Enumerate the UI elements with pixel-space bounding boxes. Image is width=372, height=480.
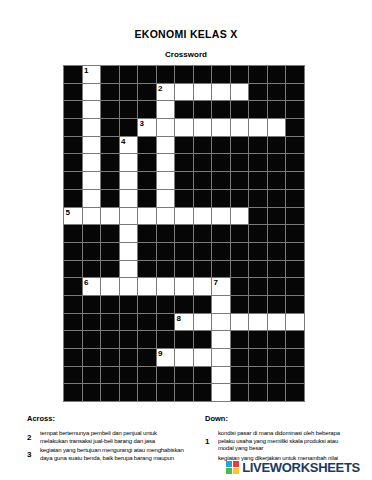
black-cell: [64, 84, 82, 101]
black-cell: [268, 243, 286, 260]
logo-color-square: [226, 468, 232, 474]
black-cell: [286, 208, 304, 225]
black-cell: [175, 225, 193, 242]
white-cell[interactable]: [212, 349, 230, 366]
black-cell: [249, 278, 267, 295]
white-cell[interactable]: [157, 190, 175, 207]
black-cell: [286, 84, 304, 101]
white-cell[interactable]: 2: [157, 84, 175, 101]
black-cell: [157, 66, 175, 83]
white-cell[interactable]: [175, 349, 193, 366]
black-cell: [286, 243, 304, 260]
logo-color-square: [233, 461, 239, 467]
black-cell: [194, 137, 212, 154]
cell-number: 3: [140, 119, 144, 128]
black-cell: [249, 66, 267, 83]
black-cell: [175, 367, 193, 384]
black-cell: [212, 172, 230, 189]
down-clues-section: Down: 1kondisi pasar di mana didominasi …: [205, 414, 370, 464]
black-cell: [231, 384, 249, 401]
black-cell: [138, 66, 156, 83]
white-cell[interactable]: [157, 278, 175, 295]
black-cell: [138, 331, 156, 348]
down-clue-list: 1kondisi pasar di mana didominasi oleh b…: [205, 430, 370, 462]
black-cell: [286, 101, 304, 118]
black-cell: [249, 349, 267, 366]
black-cell: [212, 261, 230, 278]
black-cell: [175, 331, 193, 348]
white-cell[interactable]: [194, 349, 212, 366]
black-cell: [231, 243, 249, 260]
black-cell: [64, 119, 82, 136]
black-cell: [268, 172, 286, 189]
white-cell[interactable]: [83, 172, 101, 189]
black-cell: [249, 154, 267, 171]
cell-number: 1: [84, 66, 88, 75]
white-cell[interactable]: [194, 84, 212, 101]
black-cell: [231, 296, 249, 313]
black-cell: [212, 154, 230, 171]
white-cell[interactable]: [194, 278, 212, 295]
white-cell[interactable]: [212, 119, 230, 136]
black-cell: [64, 154, 82, 171]
cell-number: 8: [177, 314, 181, 323]
black-cell: [64, 66, 82, 83]
black-cell: [138, 367, 156, 384]
clue-item: 3kegiatan yang bertujuan mengurangi atau…: [27, 447, 199, 462]
white-cell[interactable]: [268, 314, 286, 331]
black-cell: [231, 278, 249, 295]
white-cell[interactable]: [212, 314, 230, 331]
black-cell: [83, 384, 101, 401]
white-cell[interactable]: 5: [64, 208, 82, 225]
black-cell: [157, 384, 175, 401]
black-cell: [64, 384, 82, 401]
crossword-grid: 123456789: [63, 65, 305, 402]
black-cell: [286, 137, 304, 154]
white-cell[interactable]: [120, 154, 138, 171]
white-cell[interactable]: [231, 119, 249, 136]
black-cell: [64, 278, 82, 295]
black-cell: [101, 314, 119, 331]
black-cell: [101, 384, 119, 401]
black-cell: [64, 349, 82, 366]
black-cell: [249, 331, 267, 348]
black-cell: [175, 384, 193, 401]
black-cell: [157, 367, 175, 384]
black-cell: [101, 331, 119, 348]
black-cell: [212, 66, 230, 83]
white-cell[interactable]: [120, 172, 138, 189]
black-cell: [138, 190, 156, 207]
black-cell: [249, 84, 267, 101]
black-cell: [175, 243, 193, 260]
black-cell: [175, 172, 193, 189]
black-cell: [194, 384, 212, 401]
black-cell: [249, 208, 267, 225]
black-cell: [83, 225, 101, 242]
black-cell: [249, 243, 267, 260]
black-cell: [286, 66, 304, 83]
black-cell: [101, 349, 119, 366]
white-cell[interactable]: [231, 208, 249, 225]
white-cell[interactable]: [194, 208, 212, 225]
black-cell: [249, 137, 267, 154]
white-cell[interactable]: [157, 208, 175, 225]
black-cell: [101, 296, 119, 313]
black-cell: [138, 349, 156, 366]
black-cell: [194, 331, 212, 348]
cell-number: 7: [214, 278, 218, 287]
black-cell: [138, 84, 156, 101]
black-cell: [231, 101, 249, 118]
white-cell[interactable]: [212, 367, 230, 384]
black-cell: [120, 296, 138, 313]
black-cell: [120, 84, 138, 101]
white-cell[interactable]: [83, 119, 101, 136]
black-cell: [64, 101, 82, 118]
across-heading: Across:: [27, 414, 199, 423]
black-cell: [83, 261, 101, 278]
black-cell: [231, 261, 249, 278]
white-cell[interactable]: [157, 172, 175, 189]
black-cell: [194, 367, 212, 384]
black-cell: [268, 208, 286, 225]
cell-number: 2: [158, 84, 162, 93]
black-cell: [194, 101, 212, 118]
black-cell: [286, 261, 304, 278]
black-cell: [101, 243, 119, 260]
black-cell: [101, 154, 119, 171]
black-cell: [231, 172, 249, 189]
black-cell: [194, 243, 212, 260]
black-cell: [83, 314, 101, 331]
white-cell[interactable]: 9: [157, 349, 175, 366]
cell-number: 4: [121, 137, 125, 146]
down-heading: Down:: [205, 414, 370, 423]
black-cell: [286, 190, 304, 207]
clue-item: 2tempat bertemunya pembeli dan penjual u…: [27, 430, 199, 445]
black-cell: [175, 66, 193, 83]
black-cell: [268, 190, 286, 207]
white-cell[interactable]: [212, 331, 230, 348]
black-cell: [64, 225, 82, 242]
black-cell: [212, 137, 230, 154]
black-cell: [138, 261, 156, 278]
black-cell: [157, 296, 175, 313]
white-cell[interactable]: [120, 261, 138, 278]
black-cell: [101, 190, 119, 207]
white-cell[interactable]: 1: [83, 66, 101, 83]
black-cell: [212, 190, 230, 207]
white-cell[interactable]: [120, 225, 138, 242]
black-cell: [64, 137, 82, 154]
black-cell: [138, 243, 156, 260]
white-cell[interactable]: [286, 314, 304, 331]
black-cell: [64, 367, 82, 384]
black-cell: [138, 296, 156, 313]
black-cell: [268, 101, 286, 118]
black-cell: [249, 190, 267, 207]
liveworksheets-grid-icon: [226, 461, 240, 475]
black-cell: [157, 331, 175, 348]
black-cell: [212, 101, 230, 118]
black-cell: [101, 137, 119, 154]
black-cell: [268, 384, 286, 401]
white-cell[interactable]: [157, 154, 175, 171]
black-cell: [194, 296, 212, 313]
black-cell: [249, 101, 267, 118]
worksheet-page: EKONOMI KELAS X Crossword 123456789 Acro…: [0, 0, 372, 480]
black-cell: [101, 84, 119, 101]
white-cell[interactable]: [83, 101, 101, 118]
white-cell[interactable]: [83, 190, 101, 207]
white-cell[interactable]: [175, 208, 193, 225]
black-cell: [249, 225, 267, 242]
black-cell: [231, 349, 249, 366]
black-cell: [231, 225, 249, 242]
white-cell[interactable]: [194, 119, 212, 136]
clue-item: 1kondisi pasar di mana didominasi oleh b…: [205, 430, 370, 453]
black-cell: [268, 331, 286, 348]
white-cell[interactable]: 3: [138, 119, 156, 136]
black-cell: [268, 225, 286, 242]
white-cell[interactable]: [212, 84, 230, 101]
black-cell: [64, 331, 82, 348]
black-cell: [249, 296, 267, 313]
white-cell[interactable]: [175, 119, 193, 136]
black-cell: [157, 225, 175, 242]
black-cell: [194, 261, 212, 278]
black-cell: [194, 190, 212, 207]
black-cell: [268, 278, 286, 295]
white-cell[interactable]: [83, 154, 101, 171]
black-cell: [157, 314, 175, 331]
black-cell: [249, 261, 267, 278]
black-cell: [268, 66, 286, 83]
black-cell: [268, 137, 286, 154]
white-cell[interactable]: [120, 208, 138, 225]
black-cell: [175, 137, 193, 154]
black-cell: [286, 278, 304, 295]
white-cell[interactable]: 6: [83, 278, 101, 295]
black-cell: [231, 190, 249, 207]
black-cell: [138, 137, 156, 154]
white-cell[interactable]: [157, 101, 175, 118]
black-cell: [120, 314, 138, 331]
black-cell: [286, 172, 304, 189]
black-cell: [231, 137, 249, 154]
black-cell: [64, 243, 82, 260]
black-cell: [286, 349, 304, 366]
white-cell[interactable]: [268, 119, 286, 136]
black-cell: [231, 367, 249, 384]
white-cell[interactable]: [83, 84, 101, 101]
black-cell: [83, 349, 101, 366]
black-cell: [101, 66, 119, 83]
black-cell: [286, 154, 304, 171]
white-cell[interactable]: [249, 119, 267, 136]
white-cell[interactable]: [212, 384, 230, 401]
black-cell: [101, 172, 119, 189]
white-cell[interactable]: 7: [212, 278, 230, 295]
black-cell: [101, 225, 119, 242]
clue-item-text: kegiatan yang bertujuan mengurangi atau …: [40, 447, 184, 462]
black-cell: [83, 296, 101, 313]
black-cell: [101, 119, 119, 136]
white-cell[interactable]: [138, 278, 156, 295]
black-cell: [120, 384, 138, 401]
page-title: EKONOMI KELAS X: [0, 28, 372, 40]
black-cell: [212, 225, 230, 242]
black-cell: [268, 367, 286, 384]
black-cell: [101, 261, 119, 278]
white-cell[interactable]: [231, 314, 249, 331]
white-cell[interactable]: [120, 278, 138, 295]
black-cell: [83, 367, 101, 384]
black-cell: [120, 349, 138, 366]
black-cell: [268, 261, 286, 278]
liveworksheets-logo-text: LIVEWORKSHEETS: [242, 460, 360, 475]
white-cell[interactable]: [120, 243, 138, 260]
white-cell[interactable]: [249, 314, 267, 331]
black-cell: [249, 367, 267, 384]
black-cell: [120, 367, 138, 384]
white-cell[interactable]: [120, 190, 138, 207]
black-cell: [138, 384, 156, 401]
clue-item-text: kondisi pasar di mana didominasi oleh be…: [218, 430, 340, 453]
black-cell: [194, 172, 212, 189]
white-cell[interactable]: [212, 296, 230, 313]
white-cell[interactable]: [175, 278, 193, 295]
black-cell: [231, 154, 249, 171]
black-cell: [138, 225, 156, 242]
black-cell: [64, 314, 82, 331]
black-cell: [286, 296, 304, 313]
black-cell: [64, 172, 82, 189]
black-cell: [231, 331, 249, 348]
black-cell: [101, 101, 119, 118]
black-cell: [138, 314, 156, 331]
white-cell[interactable]: 4: [120, 137, 138, 154]
clue-item-number: 1: [205, 437, 218, 446]
black-cell: [231, 66, 249, 83]
black-cell: [286, 367, 304, 384]
black-cell: [249, 384, 267, 401]
white-cell[interactable]: [231, 84, 249, 101]
black-cell: [286, 119, 304, 136]
white-cell[interactable]: [101, 278, 119, 295]
white-cell[interactable]: [175, 84, 193, 101]
black-cell: [175, 190, 193, 207]
white-cell[interactable]: [157, 119, 175, 136]
black-cell: [194, 66, 212, 83]
puzzle-type-label: Crossword: [0, 50, 372, 59]
black-cell: [249, 172, 267, 189]
black-cell: [120, 101, 138, 118]
black-cell: [64, 296, 82, 313]
white-cell[interactable]: [212, 208, 230, 225]
black-cell: [175, 296, 193, 313]
logo-color-square: [233, 468, 239, 474]
black-cell: [286, 225, 304, 242]
across-clues-section: Across: 2tempat bertemunya pembeli dan p…: [27, 414, 199, 464]
black-cell: [83, 331, 101, 348]
black-cell: [83, 243, 101, 260]
white-cell[interactable]: [157, 137, 175, 154]
black-cell: [194, 154, 212, 171]
white-cell[interactable]: [101, 208, 119, 225]
white-cell[interactable]: [138, 208, 156, 225]
white-cell[interactable]: [83, 208, 101, 225]
black-cell: [268, 296, 286, 313]
black-cell: [194, 225, 212, 242]
black-cell: [268, 349, 286, 366]
black-cell: [212, 243, 230, 260]
white-cell[interactable]: [83, 137, 101, 154]
black-cell: [138, 101, 156, 118]
clue-item-text: tempat bertemunya pembeli dan penjual un…: [40, 430, 157, 445]
across-clue-list: 2tempat bertemunya pembeli dan penjual u…: [27, 430, 199, 462]
cell-number: 5: [66, 208, 70, 217]
liveworksheets-logo[interactable]: LIVEWORKSHEETS: [226, 460, 360, 475]
black-cell: [138, 172, 156, 189]
white-cell[interactable]: [194, 314, 212, 331]
black-cell: [101, 367, 119, 384]
black-cell: [286, 331, 304, 348]
black-cell: [175, 261, 193, 278]
black-cell: [175, 154, 193, 171]
black-cell: [64, 190, 82, 207]
black-cell: [157, 243, 175, 260]
black-cell: [138, 154, 156, 171]
logo-color-square: [226, 461, 232, 467]
black-cell: [268, 154, 286, 171]
white-cell[interactable]: 8: [175, 314, 193, 331]
black-cell: [286, 384, 304, 401]
clue-item-number: 2: [27, 433, 40, 442]
clue-item-number: 3: [27, 450, 40, 459]
black-cell: [120, 119, 138, 136]
cell-number: 9: [158, 349, 162, 358]
cell-number: 6: [84, 278, 88, 287]
black-cell: [120, 66, 138, 83]
black-cell: [64, 261, 82, 278]
black-cell: [120, 331, 138, 348]
black-cell: [175, 101, 193, 118]
black-cell: [157, 261, 175, 278]
black-cell: [268, 84, 286, 101]
